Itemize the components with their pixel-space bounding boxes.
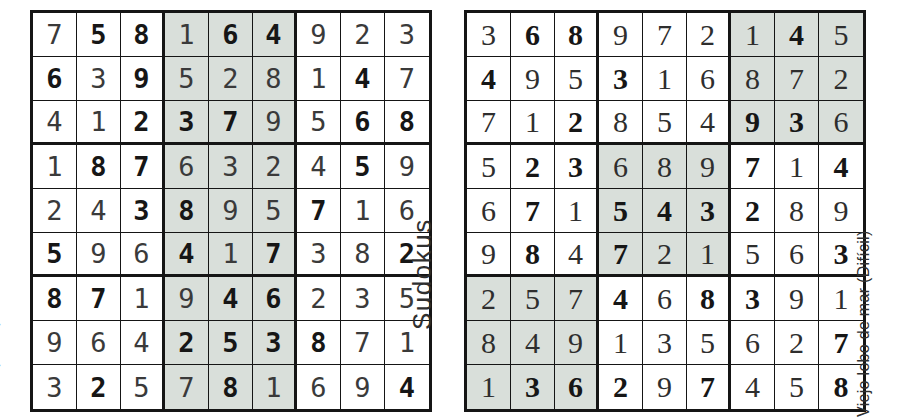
cell-r5c7: 2 [731,189,775,233]
cell-r6c6: 1 [687,233,731,277]
cell-r6c1: 9 [467,233,511,277]
cell-r5c3: 1 [555,189,599,233]
cell-r8c3: 9 [555,321,599,365]
cell-r6c7: 5 [731,233,775,277]
cell-r2c7: 8 [731,57,775,101]
cell-r5c5: 4 [643,189,687,233]
cell-r2c3: 5 [555,57,599,101]
cell-r9c5: 9 [643,365,687,409]
cell-r2c9: 7 [385,57,429,101]
cell-r4c6: 9 [687,145,731,189]
right-grid-caption: Viejo lobo de mar (Difícil) [854,230,874,417]
cell-r9c1: 3 [33,365,77,409]
cell-r6c8: 6 [775,233,819,277]
cell-r4c5: 3 [209,145,253,189]
cell-r6c6: 7 [253,233,297,277]
cell-r3c6: 4 [687,101,731,145]
cell-r4c4: 6 [599,145,643,189]
cell-r9c7: 4 [731,365,775,409]
cell-r7c6: 8 [687,277,731,321]
cell-r1c1: 7 [33,13,77,57]
cell-r2c5: 2 [209,57,253,101]
cell-r1c3: 8 [555,13,599,57]
sudoku-grid-easy: 7581649236395281474123795681876324592438… [30,10,432,412]
cell-r4c3: 3 [555,145,599,189]
cell-r1c9: 3 [385,13,429,57]
cell-r4c5: 8 [643,145,687,189]
cell-r3c8: 3 [775,101,819,145]
cell-r8c4: 2 [165,321,209,365]
cell-r7c1: 2 [467,277,511,321]
cell-r9c9: 4 [385,365,429,409]
cell-r6c3: 6 [121,233,165,277]
cell-r5c3: 3 [121,189,165,233]
cell-r4c4: 6 [165,145,209,189]
cell-r9c3: 5 [121,365,165,409]
cell-r3c7: 9 [731,101,775,145]
cell-r4c8: 1 [775,145,819,189]
cell-r3c6: 9 [253,101,297,145]
cell-r4c8: 5 [341,145,385,189]
cell-r2c7: 1 [297,57,341,101]
cell-r5c5: 9 [209,189,253,233]
cell-r4c2: 8 [77,145,121,189]
cell-r7c2: 7 [77,277,121,321]
cell-r2c8: 4 [341,57,385,101]
cell-r4c1: 1 [33,145,77,189]
cell-r6c3: 4 [555,233,599,277]
cell-r5c6: 5 [253,189,297,233]
cell-r8c8: 2 [775,321,819,365]
cell-r4c9: 4 [819,145,863,189]
cell-r8c2: 6 [77,321,121,365]
cell-r1c6: 4 [253,13,297,57]
cell-r5c2: 7 [511,189,555,233]
cell-r7c3: 1 [121,277,165,321]
cell-r7c1: 8 [33,277,77,321]
cell-r3c5: 7 [209,101,253,145]
cell-r1c7: 9 [297,13,341,57]
section-title: Sudokus [408,218,436,330]
cell-r8c6: 3 [253,321,297,365]
cell-r2c4: 5 [165,57,209,101]
cell-r8c8: 7 [341,321,385,365]
cell-r1c6: 2 [687,13,731,57]
cell-r3c9: 6 [819,101,863,145]
cell-r7c4: 4 [599,277,643,321]
cell-r5c1: 2 [33,189,77,233]
cell-r7c6: 6 [253,277,297,321]
cell-r3c8: 6 [341,101,385,145]
cell-r4c7: 7 [731,145,775,189]
cell-r8c2: 4 [511,321,555,365]
cell-r3c4: 8 [599,101,643,145]
cell-r3c2: 1 [511,101,555,145]
cell-r5c8: 8 [775,189,819,233]
cell-r9c6: 7 [687,365,731,409]
cell-r9c5: 8 [209,365,253,409]
cell-r1c9: 5 [819,13,863,57]
cell-r9c4: 2 [599,365,643,409]
cell-r9c7: 6 [297,365,341,409]
cell-r4c2: 2 [511,145,555,189]
cell-r7c4: 9 [165,277,209,321]
cell-r5c4: 5 [599,189,643,233]
cell-r8c1: 9 [33,321,77,365]
cell-r5c6: 3 [687,189,731,233]
cell-r6c8: 8 [341,233,385,277]
cell-r6c5: 1 [209,233,253,277]
cell-r8c7: 8 [297,321,341,365]
cell-r9c6: 1 [253,365,297,409]
cell-r2c1: 6 [33,57,77,101]
cell-r4c7: 4 [297,145,341,189]
cell-r2c2: 9 [511,57,555,101]
cell-r9c8: 5 [775,365,819,409]
cell-r7c5: 4 [209,277,253,321]
cell-r1c4: 9 [599,13,643,57]
cell-r2c3: 9 [121,57,165,101]
cell-r5c7: 7 [297,189,341,233]
cell-r8c5: 5 [209,321,253,365]
cell-r5c4: 8 [165,189,209,233]
cell-r5c1: 6 [467,189,511,233]
cell-r8c7: 6 [731,321,775,365]
cell-r2c8: 7 [775,57,819,101]
cell-r8c5: 3 [643,321,687,365]
cell-r3c4: 3 [165,101,209,145]
cell-r3c3: 2 [555,101,599,145]
cell-r3c9: 8 [385,101,429,145]
cell-r2c5: 1 [643,57,687,101]
cell-r9c8: 9 [341,365,385,409]
cell-r1c5: 6 [209,13,253,57]
cell-r2c1: 4 [467,57,511,101]
cell-r4c6: 2 [253,145,297,189]
cell-r4c3: 7 [121,145,165,189]
cell-r6c4: 7 [599,233,643,277]
cell-r8c4: 1 [599,321,643,365]
cell-r3c7: 5 [297,101,341,145]
cell-r3c1: 7 [467,101,511,145]
cell-r7c5: 6 [643,277,687,321]
cell-r6c4: 4 [165,233,209,277]
cell-r8c1: 8 [467,321,511,365]
cell-r1c2: 5 [77,13,121,57]
cell-r2c6: 6 [687,57,731,101]
cell-r9c3: 6 [555,365,599,409]
cell-r7c7: 3 [731,277,775,321]
cell-r4c1: 5 [467,145,511,189]
cell-r8c3: 4 [121,321,165,365]
cell-r1c5: 7 [643,13,687,57]
cell-r9c4: 7 [165,365,209,409]
cell-r6c7: 3 [297,233,341,277]
cell-r1c7: 1 [731,13,775,57]
cell-r7c3: 7 [555,277,599,321]
cell-r9c1: 1 [467,365,511,409]
cell-r1c8: 2 [341,13,385,57]
cell-r9c2: 3 [511,365,555,409]
cell-r1c8: 4 [775,13,819,57]
cell-r7c8: 3 [341,277,385,321]
cell-r3c1: 4 [33,101,77,145]
cell-r1c3: 8 [121,13,165,57]
cell-r8c6: 5 [687,321,731,365]
cell-r7c7: 2 [297,277,341,321]
cell-r2c9: 2 [819,57,863,101]
cell-r4c9: 9 [385,145,429,189]
cell-r1c1: 3 [467,13,511,57]
cell-r5c9: 9 [819,189,863,233]
cell-r6c1: 5 [33,233,77,277]
cell-r7c8: 9 [775,277,819,321]
cell-r1c2: 6 [511,13,555,57]
cell-r5c8: 1 [341,189,385,233]
cell-r5c2: 4 [77,189,121,233]
cell-r9c2: 2 [77,365,121,409]
cell-r3c3: 2 [121,101,165,145]
cell-r6c2: 9 [77,233,121,277]
sudoku-grid-hard: 3689721454953168727128549365236897146715… [464,10,866,412]
cell-r2c6: 8 [253,57,297,101]
cell-r3c2: 1 [77,101,121,145]
cell-r2c2: 3 [77,57,121,101]
cell-r6c2: 8 [511,233,555,277]
left-grid-caption: Mote (Fácil) [0,319,2,415]
cell-r3c5: 5 [643,101,687,145]
cell-r7c2: 5 [511,277,555,321]
cell-r1c4: 1 [165,13,209,57]
cell-r6c5: 2 [643,233,687,277]
cell-r2c4: 3 [599,57,643,101]
